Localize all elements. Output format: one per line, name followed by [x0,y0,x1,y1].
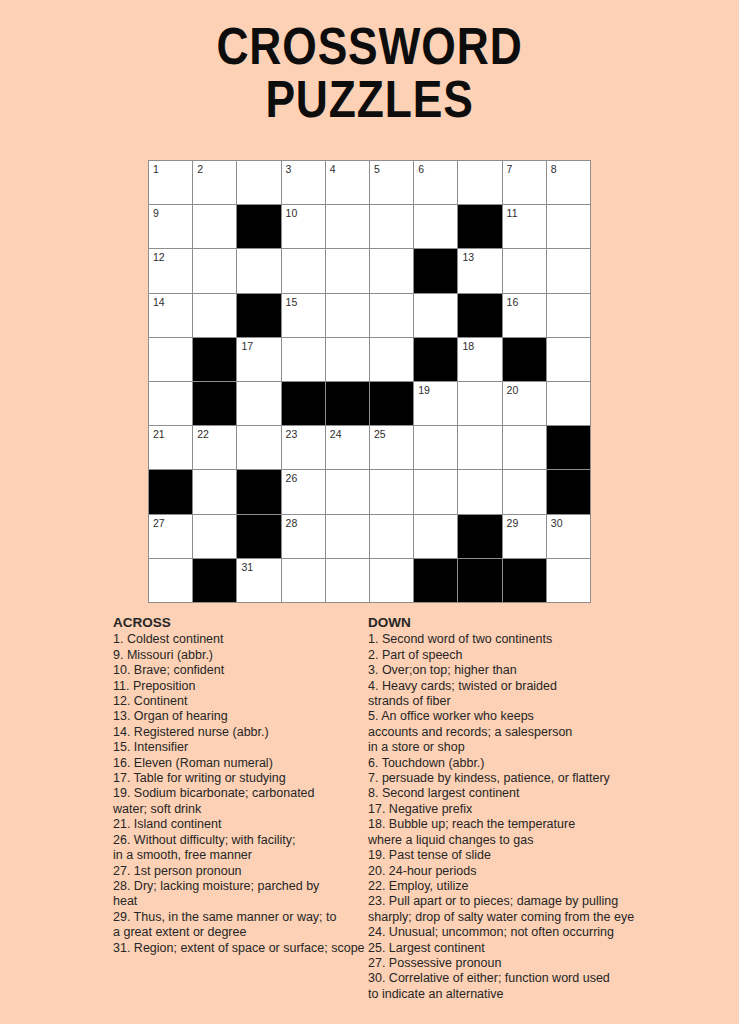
white-cell[interactable]: 15 [282,294,325,337]
white-cell[interactable] [370,559,413,602]
down-clue: 1. Second word of two continents [368,632,688,647]
across-clue: 15. Intensifier [113,740,373,755]
across-clue-line: 14. Registered nurse (abbr.) [113,725,373,740]
down-clue-line: sharply; drop of salty water coming from… [368,910,688,925]
white-cell[interactable] [370,205,413,248]
cell-number: 8 [551,163,557,175]
across-clue-line: 27. 1st person pronoun [113,864,373,879]
cell-number: 11 [507,207,518,219]
white-cell[interactable] [414,470,457,513]
white-cell[interactable]: 24 [326,426,369,469]
white-cell[interactable]: 6 [414,161,457,204]
white-cell[interactable]: 25 [370,426,413,469]
across-clue: 29. Thus, in the same manner or way; toa… [113,910,373,941]
across-clue-line: in a smooth, free manner [113,848,373,863]
white-cell[interactable] [370,249,413,292]
white-cell[interactable]: 12 [149,249,192,292]
across-clue-list: 1. Coldest continent9. Missouri (abbr.)1… [113,632,373,956]
white-cell[interactable] [237,426,280,469]
white-cell[interactable]: 18 [458,338,501,381]
white-cell[interactable] [370,515,413,558]
black-cell [503,338,546,381]
across-clue: 12. Continent [113,694,373,709]
white-cell[interactable]: 14 [149,294,192,337]
cell-number: 7 [507,163,513,175]
down-clue-line: accounts and records; a salesperson [368,725,688,740]
white-cell[interactable] [458,470,501,513]
white-cell[interactable]: 13 [458,249,501,292]
down-clue: 22. Employ, utilize [368,879,688,894]
down-clue-line: strands of fiber [368,694,688,709]
cell-number: 9 [153,207,159,219]
cell-number: 30 [551,517,563,529]
across-clue: 10. Brave; confident [113,663,373,678]
white-cell[interactable] [149,382,192,425]
white-cell[interactable] [193,249,236,292]
across-clue-line: a great extent or degree [113,925,373,940]
white-cell[interactable] [237,382,280,425]
across-clue: 1. Coldest continent [113,632,373,647]
white-cell[interactable] [149,559,192,602]
black-cell [458,294,501,337]
cell-number: 16 [507,296,519,308]
down-clue-line: 7. persuade by kindess, patience, or fla… [368,771,688,786]
white-cell[interactable] [458,426,501,469]
across-clue-line: 19. Sodium bicarbonate; carbonated [113,786,373,801]
cell-number: 31 [241,561,253,573]
down-clue-line: where a liquid changes to gas [368,833,688,848]
black-cell [237,515,280,558]
white-cell[interactable] [326,559,369,602]
white-cell[interactable] [503,470,546,513]
black-cell [503,559,546,602]
across-clue-line: heat [113,894,373,909]
down-clue-line: 6. Touchdown (abbr.) [368,756,688,771]
across-clue-line: 13. Organ of hearing [113,709,373,724]
cell-number: 20 [507,384,519,396]
down-clue: 19. Past tense of slide [368,848,688,863]
cell-number: 28 [286,517,298,529]
down-clue-list: 1. Second word of two continents2. Part … [368,632,688,1002]
white-cell[interactable]: 10 [282,205,325,248]
black-cell [370,382,413,425]
white-cell[interactable]: 7 [503,161,546,204]
cell-number: 25 [374,428,386,440]
down-clue-line: in a store or shop [368,740,688,755]
down-clue: 23. Pull apart or to pieces; damage by p… [368,894,688,925]
white-cell[interactable]: 26 [282,470,325,513]
cell-number: 26 [286,472,298,484]
cell-number: 10 [286,207,298,219]
white-cell[interactable]: 28 [282,515,325,558]
white-cell[interactable]: 22 [193,426,236,469]
cell-number: 18 [462,340,474,352]
black-cell [547,470,590,513]
cell-number: 19 [418,384,430,396]
crossword-grid: 1234567891011121314151617181920212223242… [148,160,591,603]
cell-number: 14 [153,296,165,308]
down-clue: 27. Possessive pronoun [368,956,688,971]
cell-number: 22 [197,428,209,440]
cell-number: 21 [153,428,165,440]
down-clue-line: 3. Over;on top; higher than [368,663,688,678]
across-header: ACROSS [113,615,373,630]
down-clue-line: 25. Largest continent [368,941,688,956]
white-cell[interactable] [326,338,369,381]
down-clue: 3. Over;on top; higher than [368,663,688,678]
across-clue-line: 16. Eleven (Roman numeral) [113,756,373,771]
down-clue-line: to indicate an alternative [368,987,688,1002]
white-cell[interactable] [547,205,590,248]
across-clue-line: 29. Thus, in the same manner or way; to [113,910,373,925]
black-cell [458,205,501,248]
cell-number: 17 [241,340,253,352]
cell-number: 6 [418,163,424,175]
black-cell [237,294,280,337]
down-clue-line: 19. Past tense of slide [368,848,688,863]
cell-number: 4 [330,163,336,175]
cell-number: 13 [462,251,474,263]
cell-number: 1 [153,163,159,175]
white-cell[interactable] [326,470,369,513]
cell-number: 23 [286,428,298,440]
across-clue-line: 26. Without difficulty; with facility; [113,833,373,848]
across-clue-line: 15. Intensifier [113,740,373,755]
white-cell[interactable]: 16 [503,294,546,337]
white-cell[interactable] [237,249,280,292]
white-cell[interactable] [370,294,413,337]
title-line-1: CROSSWORD [48,20,691,73]
white-cell[interactable] [547,559,590,602]
down-clue: 24. Unusual; uncommon; not often occurri… [368,925,688,940]
white-cell[interactable] [503,426,546,469]
white-cell[interactable]: 23 [282,426,325,469]
black-cell [237,205,280,248]
down-clues-column: DOWN 1. Second word of two continents2. … [368,615,688,1002]
across-clue: 27. 1st person pronoun [113,864,373,879]
white-cell[interactable]: 5 [370,161,413,204]
across-clue: 9. Missouri (abbr.) [113,648,373,663]
white-cell[interactable] [326,294,369,337]
white-cell[interactable] [326,205,369,248]
white-cell[interactable]: 17 [237,338,280,381]
cell-number: 2 [197,163,203,175]
black-cell [193,382,236,425]
white-cell[interactable] [282,559,325,602]
down-clue: 7. persuade by kindess, patience, or fla… [368,771,688,786]
white-cell[interactable]: 31 [237,559,280,602]
across-clue: 14. Registered nurse (abbr.) [113,725,373,740]
down-clue-line: 8. Second largest continent [368,786,688,801]
down-clue: 8. Second largest continent [368,786,688,801]
down-clue-line: 2. Part of speech [368,648,688,663]
white-cell[interactable] [193,515,236,558]
down-clue-line: 27. Possessive pronoun [368,956,688,971]
across-clue-line: 11. Preposition [113,679,373,694]
white-cell[interactable]: 1 [149,161,192,204]
black-cell [326,382,369,425]
cell-number: 12 [153,251,165,263]
white-cell[interactable]: 20 [503,382,546,425]
white-cell[interactable]: 27 [149,515,192,558]
white-cell[interactable] [193,294,236,337]
white-cell[interactable] [370,338,413,381]
white-cell[interactable] [503,249,546,292]
title-line-2: PUZZLES [48,73,691,126]
white-cell[interactable] [414,294,457,337]
white-cell[interactable] [458,161,501,204]
white-cell[interactable]: 8 [547,161,590,204]
white-cell[interactable]: 9 [149,205,192,248]
white-cell[interactable] [326,515,369,558]
cell-number: 5 [374,163,380,175]
white-cell[interactable] [547,249,590,292]
white-cell[interactable] [414,426,457,469]
down-clue-line: 4. Heavy cards; twisted or braided [368,679,688,694]
down-clue: 17. Negative prefix [368,802,688,817]
black-cell [458,515,501,558]
down-clue: 2. Part of speech [368,648,688,663]
down-clue-line: 18. Bubble up; reach the temperature [368,817,688,832]
across-clue-line: 17. Table for writing or studying [113,771,373,786]
down-clue: 30. Correlative of either; function word… [368,971,688,1002]
across-clue-line: 28. Dry; lacking moisture; parched by [113,879,373,894]
down-clue-line: 20. 24-hour periods [368,864,688,879]
white-cell[interactable] [237,161,280,204]
white-cell[interactable] [282,338,325,381]
down-clue-line: 17. Negative prefix [368,802,688,817]
black-cell [414,559,457,602]
across-clue-line: water; soft drink [113,802,373,817]
cell-number: 24 [330,428,342,440]
across-clue: 31. Region; extent of space or surface; … [113,941,373,956]
cell-number: 15 [286,296,298,308]
across-clue: 16. Eleven (Roman numeral) [113,756,373,771]
across-clue: 13. Organ of hearing [113,709,373,724]
black-cell [193,338,236,381]
black-cell [458,559,501,602]
white-cell[interactable] [193,470,236,513]
white-cell[interactable] [326,249,369,292]
across-clue: 21. Island continent [113,817,373,832]
down-clue: 4. Heavy cards; twisted or braidedstrand… [368,679,688,710]
down-clue: 6. Touchdown (abbr.) [368,756,688,771]
white-cell[interactable]: 29 [503,515,546,558]
across-clue-line: 31. Region; extent of space or surface; … [113,941,373,956]
white-cell[interactable]: 30 [547,515,590,558]
white-cell[interactable] [458,382,501,425]
down-clue-line: 24. Unusual; uncommon; not often occurri… [368,925,688,940]
across-clue-line: 21. Island continent [113,817,373,832]
down-clue-line: 5. An office worker who keeps [368,709,688,724]
cell-number: 27 [153,517,165,529]
across-clue: 19. Sodium bicarbonate; carbonatedwater;… [113,786,373,817]
white-cell[interactable]: 3 [282,161,325,204]
down-clue: 25. Largest continent [368,941,688,956]
down-clue: 5. An office worker who keepsaccounts an… [368,709,688,755]
across-clues-column: ACROSS 1. Coldest continent9. Missouri (… [113,615,373,956]
white-cell[interactable] [547,338,590,381]
cell-number: 3 [286,163,292,175]
black-cell [282,382,325,425]
across-clue-line: 1. Coldest continent [113,632,373,647]
white-cell[interactable] [547,382,590,425]
white-cell[interactable] [414,515,457,558]
down-header: DOWN [368,615,688,630]
black-cell [547,426,590,469]
across-clue: 28. Dry; lacking moisture; parched byhea… [113,879,373,910]
down-clue-line: 22. Employ, utilize [368,879,688,894]
down-clue-line: 30. Correlative of either; function word… [368,971,688,986]
white-cell[interactable] [414,205,457,248]
white-cell[interactable]: 2 [193,161,236,204]
cell-number: 29 [507,517,519,529]
white-cell[interactable] [370,470,413,513]
black-cell [193,559,236,602]
across-clue-line: 10. Brave; confident [113,663,373,678]
white-cell[interactable] [193,205,236,248]
black-cell [414,338,457,381]
page: CROSSWORD PUZZLES 1234567891011121314151… [0,0,739,1024]
across-clue-line: 9. Missouri (abbr.) [113,648,373,663]
across-clue: 17. Table for writing or studying [113,771,373,786]
across-clue-line: 12. Continent [113,694,373,709]
white-cell[interactable] [282,249,325,292]
white-cell[interactable] [547,294,590,337]
black-cell [237,470,280,513]
black-cell [149,470,192,513]
down-clue-line: 1. Second word of two continents [368,632,688,647]
white-cell[interactable]: 21 [149,426,192,469]
white-cell[interactable]: 19 [414,382,457,425]
across-clue: 26. Without difficulty; with facility;in… [113,833,373,864]
across-clue: 11. Preposition [113,679,373,694]
page-title: CROSSWORD PUZZLES [48,20,691,126]
black-cell [414,249,457,292]
white-cell[interactable] [149,338,192,381]
down-clue: 20. 24-hour periods [368,864,688,879]
white-cell[interactable]: 11 [503,205,546,248]
down-clue: 18. Bubble up; reach the temperaturewher… [368,817,688,848]
down-clue-line: 23. Pull apart or to pieces; damage by p… [368,894,688,909]
white-cell[interactable]: 4 [326,161,369,204]
